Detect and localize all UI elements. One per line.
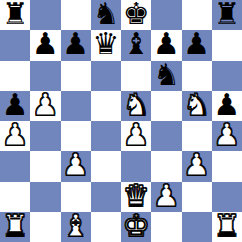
square-h6[interactable] <box>212 61 242 91</box>
square-f5[interactable] <box>151 91 181 121</box>
white-pawn-f2: ♟ <box>153 182 180 211</box>
square-f1[interactable] <box>151 212 181 242</box>
square-d5[interactable] <box>91 91 121 121</box>
square-e5[interactable]: ♞ <box>121 91 151 121</box>
square-a1[interactable]: ♜ <box>0 212 30 242</box>
square-f6[interactable]: ♞ <box>151 61 181 91</box>
square-g1[interactable] <box>182 212 212 242</box>
square-c3[interactable]: ♟ <box>61 151 91 181</box>
white-rook-h1: ♜ <box>213 212 240 241</box>
square-a6[interactable] <box>0 61 30 91</box>
chess-board: ♜♞♚♜♟♟♛♝♟♟♞♟♟♞♞♟♟♟♟♟♟♛♟♜♝♚♜ <box>0 0 242 242</box>
square-e2[interactable]: ♛ <box>121 182 151 212</box>
square-g5[interactable]: ♞ <box>182 91 212 121</box>
square-h2[interactable] <box>212 182 242 212</box>
square-e1[interactable]: ♚ <box>121 212 151 242</box>
white-rook-a1: ♜ <box>2 212 29 241</box>
white-pawn-h4: ♟ <box>213 121 240 150</box>
black-pawn-f7: ♟ <box>153 30 180 59</box>
black-rook-a8: ♜ <box>2 0 29 29</box>
square-b5[interactable]: ♟ <box>30 91 60 121</box>
square-d8[interactable]: ♞ <box>91 0 121 30</box>
square-d7[interactable]: ♛ <box>91 30 121 60</box>
black-pawn-c7: ♟ <box>62 30 89 59</box>
square-a8[interactable]: ♜ <box>0 0 30 30</box>
white-pawn-c3: ♟ <box>62 151 89 180</box>
black-king-e8: ♚ <box>123 0 150 29</box>
square-d1[interactable] <box>91 212 121 242</box>
white-knight-e5: ♞ <box>123 91 150 120</box>
square-a5[interactable]: ♟ <box>0 91 30 121</box>
black-knight-d8: ♞ <box>92 0 119 29</box>
square-g7[interactable]: ♟ <box>182 30 212 60</box>
square-c6[interactable] <box>61 61 91 91</box>
square-h1[interactable]: ♜ <box>212 212 242 242</box>
square-g3[interactable]: ♟ <box>182 151 212 181</box>
white-king-e1: ♚ <box>123 212 150 241</box>
square-h8[interactable]: ♜ <box>212 0 242 30</box>
square-g6[interactable] <box>182 61 212 91</box>
square-f8[interactable] <box>151 0 181 30</box>
black-pawn-h5: ♟ <box>213 91 240 120</box>
square-a2[interactable] <box>0 182 30 212</box>
square-f3[interactable] <box>151 151 181 181</box>
square-a7[interactable] <box>0 30 30 60</box>
square-f2[interactable]: ♟ <box>151 182 181 212</box>
square-b7[interactable]: ♟ <box>30 30 60 60</box>
white-pawn-g3: ♟ <box>183 151 210 180</box>
white-pawn-b5: ♟ <box>32 91 59 120</box>
square-e8[interactable]: ♚ <box>121 0 151 30</box>
square-d3[interactable] <box>91 151 121 181</box>
square-g4[interactable] <box>182 121 212 151</box>
black-pawn-a5: ♟ <box>2 91 29 120</box>
square-c2[interactable] <box>61 182 91 212</box>
black-pawn-g7: ♟ <box>183 30 210 59</box>
black-rook-h8: ♜ <box>213 0 240 29</box>
white-pawn-a4: ♟ <box>2 121 29 150</box>
white-bishop-c1: ♝ <box>62 212 89 241</box>
square-e3[interactable] <box>121 151 151 181</box>
square-g8[interactable] <box>182 0 212 30</box>
square-b6[interactable] <box>30 61 60 91</box>
square-h7[interactable] <box>212 30 242 60</box>
square-f4[interactable] <box>151 121 181 151</box>
square-c4[interactable] <box>61 121 91 151</box>
white-queen-e2: ♛ <box>123 182 150 211</box>
square-f7[interactable]: ♟ <box>151 30 181 60</box>
square-b1[interactable] <box>30 212 60 242</box>
square-e6[interactable] <box>121 61 151 91</box>
white-pawn-e4: ♟ <box>123 121 150 150</box>
square-c8[interactable] <box>61 0 91 30</box>
square-g2[interactable] <box>182 182 212 212</box>
square-e4[interactable]: ♟ <box>121 121 151 151</box>
square-d6[interactable] <box>91 61 121 91</box>
black-pawn-b7: ♟ <box>32 30 59 59</box>
square-h5[interactable]: ♟ <box>212 91 242 121</box>
square-b3[interactable] <box>30 151 60 181</box>
square-c1[interactable]: ♝ <box>61 212 91 242</box>
square-d2[interactable] <box>91 182 121 212</box>
square-e7[interactable]: ♝ <box>121 30 151 60</box>
black-knight-f6: ♞ <box>153 61 180 90</box>
square-c7[interactable]: ♟ <box>61 30 91 60</box>
square-b4[interactable] <box>30 121 60 151</box>
square-b8[interactable] <box>30 0 60 30</box>
black-bishop-e7: ♝ <box>123 30 150 59</box>
square-h3[interactable] <box>212 151 242 181</box>
square-b2[interactable] <box>30 182 60 212</box>
square-a4[interactable]: ♟ <box>0 121 30 151</box>
square-d4[interactable] <box>91 121 121 151</box>
white-knight-g5: ♞ <box>183 91 210 120</box>
square-h4[interactable]: ♟ <box>212 121 242 151</box>
square-c5[interactable] <box>61 91 91 121</box>
black-queen-d7: ♛ <box>92 30 119 59</box>
square-a3[interactable] <box>0 151 30 181</box>
